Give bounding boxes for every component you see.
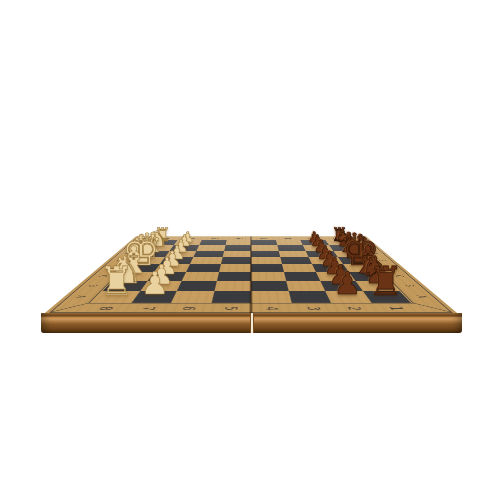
frame-fold-gap — [250, 313, 254, 333]
board-square[interactable] — [186, 264, 220, 272]
board-square[interactable] — [286, 281, 326, 291]
coord-label: 4 — [251, 237, 276, 240]
board-square[interactable] — [283, 272, 320, 281]
piece-white-rook[interactable]: ♜ — [96, 261, 136, 301]
board-square[interactable] — [182, 272, 219, 281]
coord-label: 7 — [124, 304, 171, 313]
board-square[interactable] — [251, 264, 283, 272]
board-square[interactable] — [280, 257, 312, 264]
coord-label: 5 — [209, 304, 251, 313]
chess-set-photo: 87654321 87654321 HGFEDCBA HGFEDCBA ♜♞♝♛… — [0, 0, 500, 500]
board-square[interactable] — [190, 257, 222, 264]
coord-label: 1 — [372, 304, 421, 313]
board-square[interactable] — [214, 281, 251, 291]
coord-label: 5 — [226, 237, 251, 240]
board-square[interactable] — [288, 291, 331, 303]
board-square[interactable] — [221, 257, 252, 264]
board-square[interactable] — [211, 291, 251, 303]
coord-label: 8 — [81, 304, 130, 313]
coord-label: 3 — [275, 237, 300, 240]
piece-white-pawn[interactable]: ♟ — [139, 268, 170, 299]
board-square[interactable] — [251, 257, 282, 264]
board-square[interactable] — [216, 272, 251, 281]
coord-label: 2 — [332, 304, 379, 313]
coord-label: 6 — [166, 304, 211, 313]
coord-label: 4 — [251, 304, 293, 313]
board-square[interactable] — [171, 291, 214, 303]
board-square[interactable] — [177, 281, 217, 291]
board-square[interactable] — [282, 264, 316, 272]
board-square[interactable] — [251, 272, 286, 281]
piece-dark-pawn[interactable]: ♟ — [332, 268, 363, 299]
board-square[interactable] — [251, 281, 288, 291]
coord-label: 6 — [202, 237, 227, 240]
piece-dark-rook[interactable]: ♜ — [366, 261, 406, 301]
coord-label: 3 — [291, 304, 336, 313]
board-square[interactable] — [219, 264, 251, 272]
board-frame-front — [41, 313, 462, 333]
board-square[interactable] — [251, 291, 291, 303]
